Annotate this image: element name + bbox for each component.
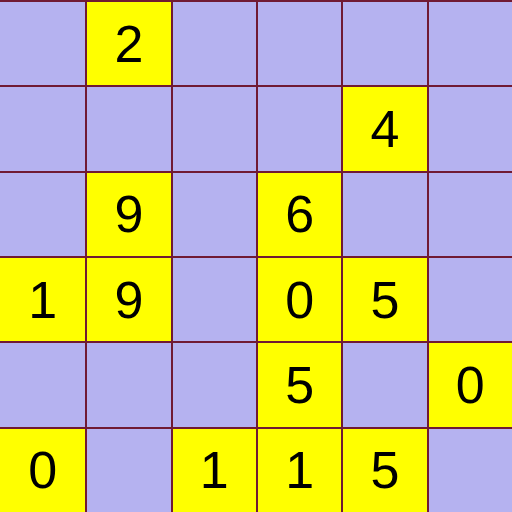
cell-r5c5[interactable] [427, 427, 512, 512]
cell-r1c1[interactable] [85, 85, 170, 170]
cell-r2c1[interactable]: 9 [85, 171, 170, 256]
cell-r3c2[interactable] [171, 256, 256, 341]
cell-r3c3[interactable]: 0 [256, 256, 341, 341]
cell-r0c1[interactable]: 2 [85, 0, 170, 85]
cell-r3c4[interactable]: 5 [341, 256, 426, 341]
cell-r1c0[interactable] [0, 85, 85, 170]
cell-r3c0[interactable]: 1 [0, 256, 85, 341]
cell-r2c5[interactable] [427, 171, 512, 256]
cell-r4c4[interactable] [341, 341, 426, 426]
cell-r4c0[interactable] [0, 341, 85, 426]
cell-r1c4[interactable]: 4 [341, 85, 426, 170]
cell-r2c0[interactable] [0, 171, 85, 256]
cell-r2c3[interactable]: 6 [256, 171, 341, 256]
cell-r4c2[interactable] [171, 341, 256, 426]
cell-r5c0[interactable]: 0 [0, 427, 85, 512]
cell-r5c2[interactable]: 1 [171, 427, 256, 512]
cell-r5c1[interactable] [85, 427, 170, 512]
cell-r0c0[interactable] [0, 0, 85, 85]
cell-r0c3[interactable] [256, 0, 341, 85]
cell-r4c3[interactable]: 5 [256, 341, 341, 426]
cell-r2c2[interactable] [171, 171, 256, 256]
puzzle-board: 24961905500115 [0, 0, 512, 512]
cell-r5c4[interactable]: 5 [341, 427, 426, 512]
cell-r0c4[interactable] [341, 0, 426, 85]
cell-r1c3[interactable] [256, 85, 341, 170]
cell-r0c2[interactable] [171, 0, 256, 85]
cell-r3c1[interactable]: 9 [85, 256, 170, 341]
cell-r4c5[interactable]: 0 [427, 341, 512, 426]
cell-r4c1[interactable] [85, 341, 170, 426]
cell-r3c5[interactable] [427, 256, 512, 341]
cell-r2c4[interactable] [341, 171, 426, 256]
cell-r0c5[interactable] [427, 0, 512, 85]
cell-r1c2[interactable] [171, 85, 256, 170]
cell-r5c3[interactable]: 1 [256, 427, 341, 512]
cell-r1c5[interactable] [427, 85, 512, 170]
